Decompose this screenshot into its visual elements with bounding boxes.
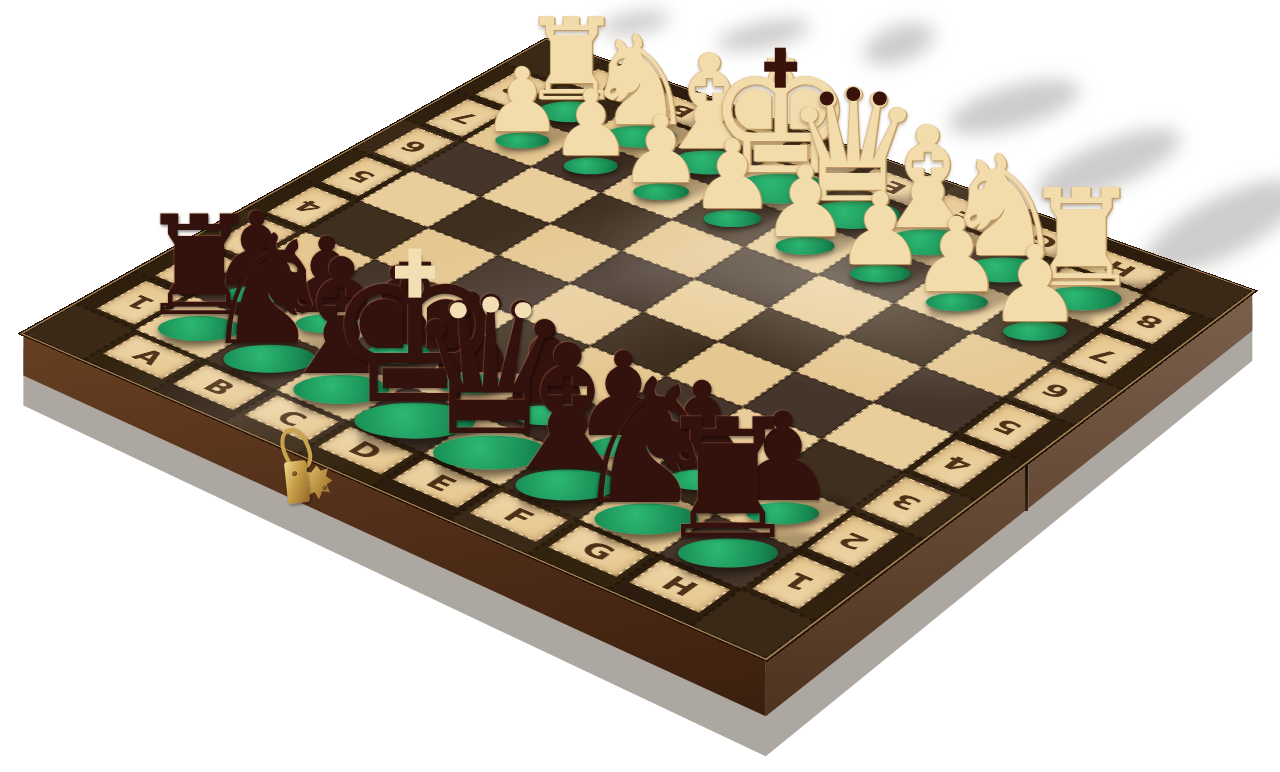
chess-set-photo: ABCDEFGH8877665544332211ABCDEFGH ♜♞♟♝♟♚♟… [0, 0, 1280, 772]
brass-latch[interactable] [286, 463, 346, 523]
board-3d: ABCDEFGH8877665544332211ABCDEFGH [23, 40, 1253, 659]
board-perspective-wrap: ABCDEFGH8877665544332211ABCDEFGH [111, 0, 1176, 751]
chess-board-grid: ABCDEFGH8877665544332211ABCDEFGH [23, 40, 1253, 659]
latch-plate-icon [283, 460, 309, 504]
